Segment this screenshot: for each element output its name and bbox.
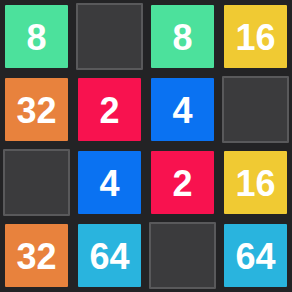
tile-64: 64 xyxy=(224,224,287,287)
tile-64: 64 xyxy=(78,224,141,287)
cell-r4c3 xyxy=(146,219,219,292)
empty-slot xyxy=(222,76,289,143)
cell-r1c2 xyxy=(73,0,146,73)
cell-r3c2: 4 xyxy=(73,146,146,219)
tile-32: 32 xyxy=(5,224,68,287)
tile-2: 2 xyxy=(151,151,214,214)
cell-r2c1: 32 xyxy=(0,73,73,146)
tile-16: 16 xyxy=(224,5,287,68)
cell-r1c4: 16 xyxy=(219,0,292,73)
cell-r1c1: 8 xyxy=(0,0,73,73)
tile-4: 4 xyxy=(78,151,141,214)
cell-r3c4: 16 xyxy=(219,146,292,219)
cell-r2c2: 2 xyxy=(73,73,146,146)
empty-slot xyxy=(76,3,143,70)
tile-8: 8 xyxy=(151,5,214,68)
cell-r1c3: 8 xyxy=(146,0,219,73)
board-grid[interactable]: 881632244216326464 xyxy=(0,0,292,292)
cell-r2c4 xyxy=(219,73,292,146)
empty-slot xyxy=(149,222,216,289)
empty-slot xyxy=(3,149,70,216)
tile-2: 2 xyxy=(78,78,141,141)
cell-r3c3: 2 xyxy=(146,146,219,219)
tile-16: 16 xyxy=(224,151,287,214)
tile-8: 8 xyxy=(5,5,68,68)
cell-r4c4: 64 xyxy=(219,219,292,292)
tile-4: 4 xyxy=(151,78,214,141)
cell-r4c1: 32 xyxy=(0,219,73,292)
tile-32: 32 xyxy=(5,78,68,141)
cell-r2c3: 4 xyxy=(146,73,219,146)
cell-r4c2: 64 xyxy=(73,219,146,292)
cell-r3c1 xyxy=(0,146,73,219)
